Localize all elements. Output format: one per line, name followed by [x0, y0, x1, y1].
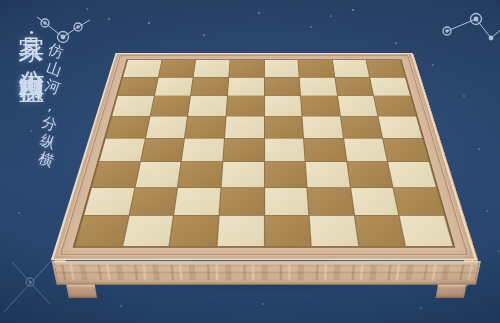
board-square: [191, 77, 228, 95]
star-dot: [86, 8, 88, 10]
chessboard-frame: [51, 53, 477, 260]
board-square: [355, 216, 405, 246]
board-square: [123, 216, 173, 246]
tagline-char: ，: [41, 95, 61, 115]
board-square: [221, 162, 263, 187]
board-square: [400, 216, 452, 246]
board-square: [174, 188, 220, 215]
board-square: [219, 188, 263, 215]
board-square: [99, 138, 144, 161]
board-square: [185, 116, 225, 137]
board-foot-front-right: [436, 285, 467, 298]
board-square: [306, 162, 350, 187]
board-square: [265, 216, 311, 246]
board-square: [223, 138, 263, 161]
board-square: [301, 96, 340, 116]
tagline-char: 河: [43, 77, 63, 97]
board-square: [344, 138, 388, 161]
board-square: [264, 96, 301, 116]
board-square: [379, 116, 422, 137]
board-scene: [89, 0, 439, 313]
board-square: [84, 188, 134, 215]
board-front-carved-face: [52, 261, 481, 285]
board-square: [141, 138, 185, 161]
board-square: [374, 96, 415, 116]
board-square: [304, 138, 346, 161]
board-square: [310, 216, 358, 246]
board-square: [265, 138, 305, 161]
star-dot: [463, 95, 465, 97]
board-square: [123, 60, 161, 77]
board-square: [129, 188, 177, 215]
constellation-icon: [4, 260, 52, 312]
board-square: [299, 60, 335, 77]
board-square: [92, 162, 139, 187]
board-square: [383, 138, 428, 161]
board-square: [229, 60, 263, 77]
board-square: [112, 96, 153, 116]
board-square: [335, 77, 373, 95]
board-square: [303, 116, 343, 137]
board-square: [265, 188, 309, 215]
tagline-char: 横: [36, 150, 56, 170]
board-square: [351, 188, 399, 215]
board-square: [388, 162, 435, 187]
board-square: [159, 60, 196, 77]
board-square: [347, 162, 393, 187]
board-square: [178, 162, 222, 187]
constellation-icon: [443, 14, 500, 41]
board-square: [76, 216, 128, 246]
star-dot: [486, 210, 488, 212]
board-square: [264, 77, 300, 95]
board-square: [333, 60, 370, 77]
board-square: [182, 138, 224, 161]
board-square: [146, 116, 188, 137]
board-square: [394, 188, 444, 215]
board-square: [135, 162, 181, 187]
board-square: [264, 60, 298, 77]
board-square: [370, 77, 410, 95]
board-square: [338, 96, 378, 116]
play-area: [73, 59, 456, 248]
board-square: [225, 116, 264, 137]
star-dot: [497, 250, 499, 252]
board-square: [155, 77, 193, 95]
board-square: [194, 60, 230, 77]
board-foot-front-left: [66, 285, 97, 298]
board-square: [367, 60, 405, 77]
board-square: [118, 77, 158, 95]
board-square: [150, 96, 190, 116]
board-square: [106, 116, 149, 137]
product-showcase: 家具·分山河棋盘 仿山河，分纵横: [0, 0, 500, 323]
board-square: [170, 216, 218, 246]
board-square: [341, 116, 383, 137]
board-square: [228, 77, 264, 95]
board-square: [264, 116, 303, 137]
board-square: [265, 162, 307, 187]
star-dot: [478, 148, 480, 150]
board-square: [188, 96, 227, 116]
board-square: [300, 77, 337, 95]
board-square: [226, 96, 263, 116]
board-square: [217, 216, 263, 246]
board-square: [308, 188, 354, 215]
